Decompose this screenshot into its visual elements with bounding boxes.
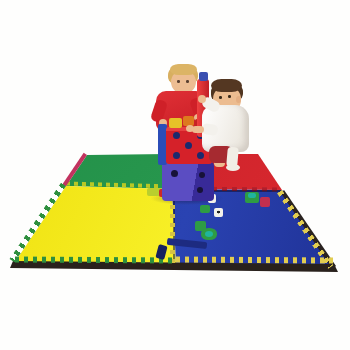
boy-hand-lower bbox=[186, 125, 194, 132]
product-photo-play-mat bbox=[0, 0, 350, 350]
toddler-blond-eye-left bbox=[177, 80, 180, 83]
foam-die-purple bbox=[162, 162, 214, 201]
cube-green-right-teal-top bbox=[248, 193, 256, 198]
teeth-green-yellow-bottom bbox=[15, 257, 176, 264]
boy-eye-left bbox=[219, 96, 222, 99]
die-white-2 bbox=[214, 208, 223, 217]
foam-die-purple-dot-2 bbox=[199, 172, 205, 178]
cube-red-right bbox=[260, 197, 270, 207]
toddler-blond-eye-right bbox=[186, 80, 189, 83]
cube-green-small bbox=[200, 205, 210, 213]
boy-ear bbox=[236, 96, 241, 103]
boy-eye-right bbox=[228, 95, 231, 98]
tower-top-block-yellow bbox=[169, 118, 182, 128]
foam-die-red-dot-1 bbox=[173, 132, 180, 139]
red-column-top-nub bbox=[199, 72, 208, 81]
boy-hand-upper bbox=[198, 95, 206, 103]
boy-foot bbox=[226, 164, 240, 171]
foam-die-purple-dot-1 bbox=[171, 170, 178, 177]
toddler-blond-hair-fringe bbox=[170, 64, 197, 75]
ring-green-teal-center bbox=[205, 231, 213, 237]
teeth-yellow-blue-bottom bbox=[176, 256, 333, 263]
boy-hair-fringe bbox=[211, 79, 242, 92]
foam-die-purple-dot-3 bbox=[197, 187, 203, 193]
foam-die-red-dot-4 bbox=[173, 152, 180, 159]
foam-die-red-dot-3 bbox=[185, 142, 192, 149]
foam-die-red-dot-5 bbox=[197, 152, 204, 159]
